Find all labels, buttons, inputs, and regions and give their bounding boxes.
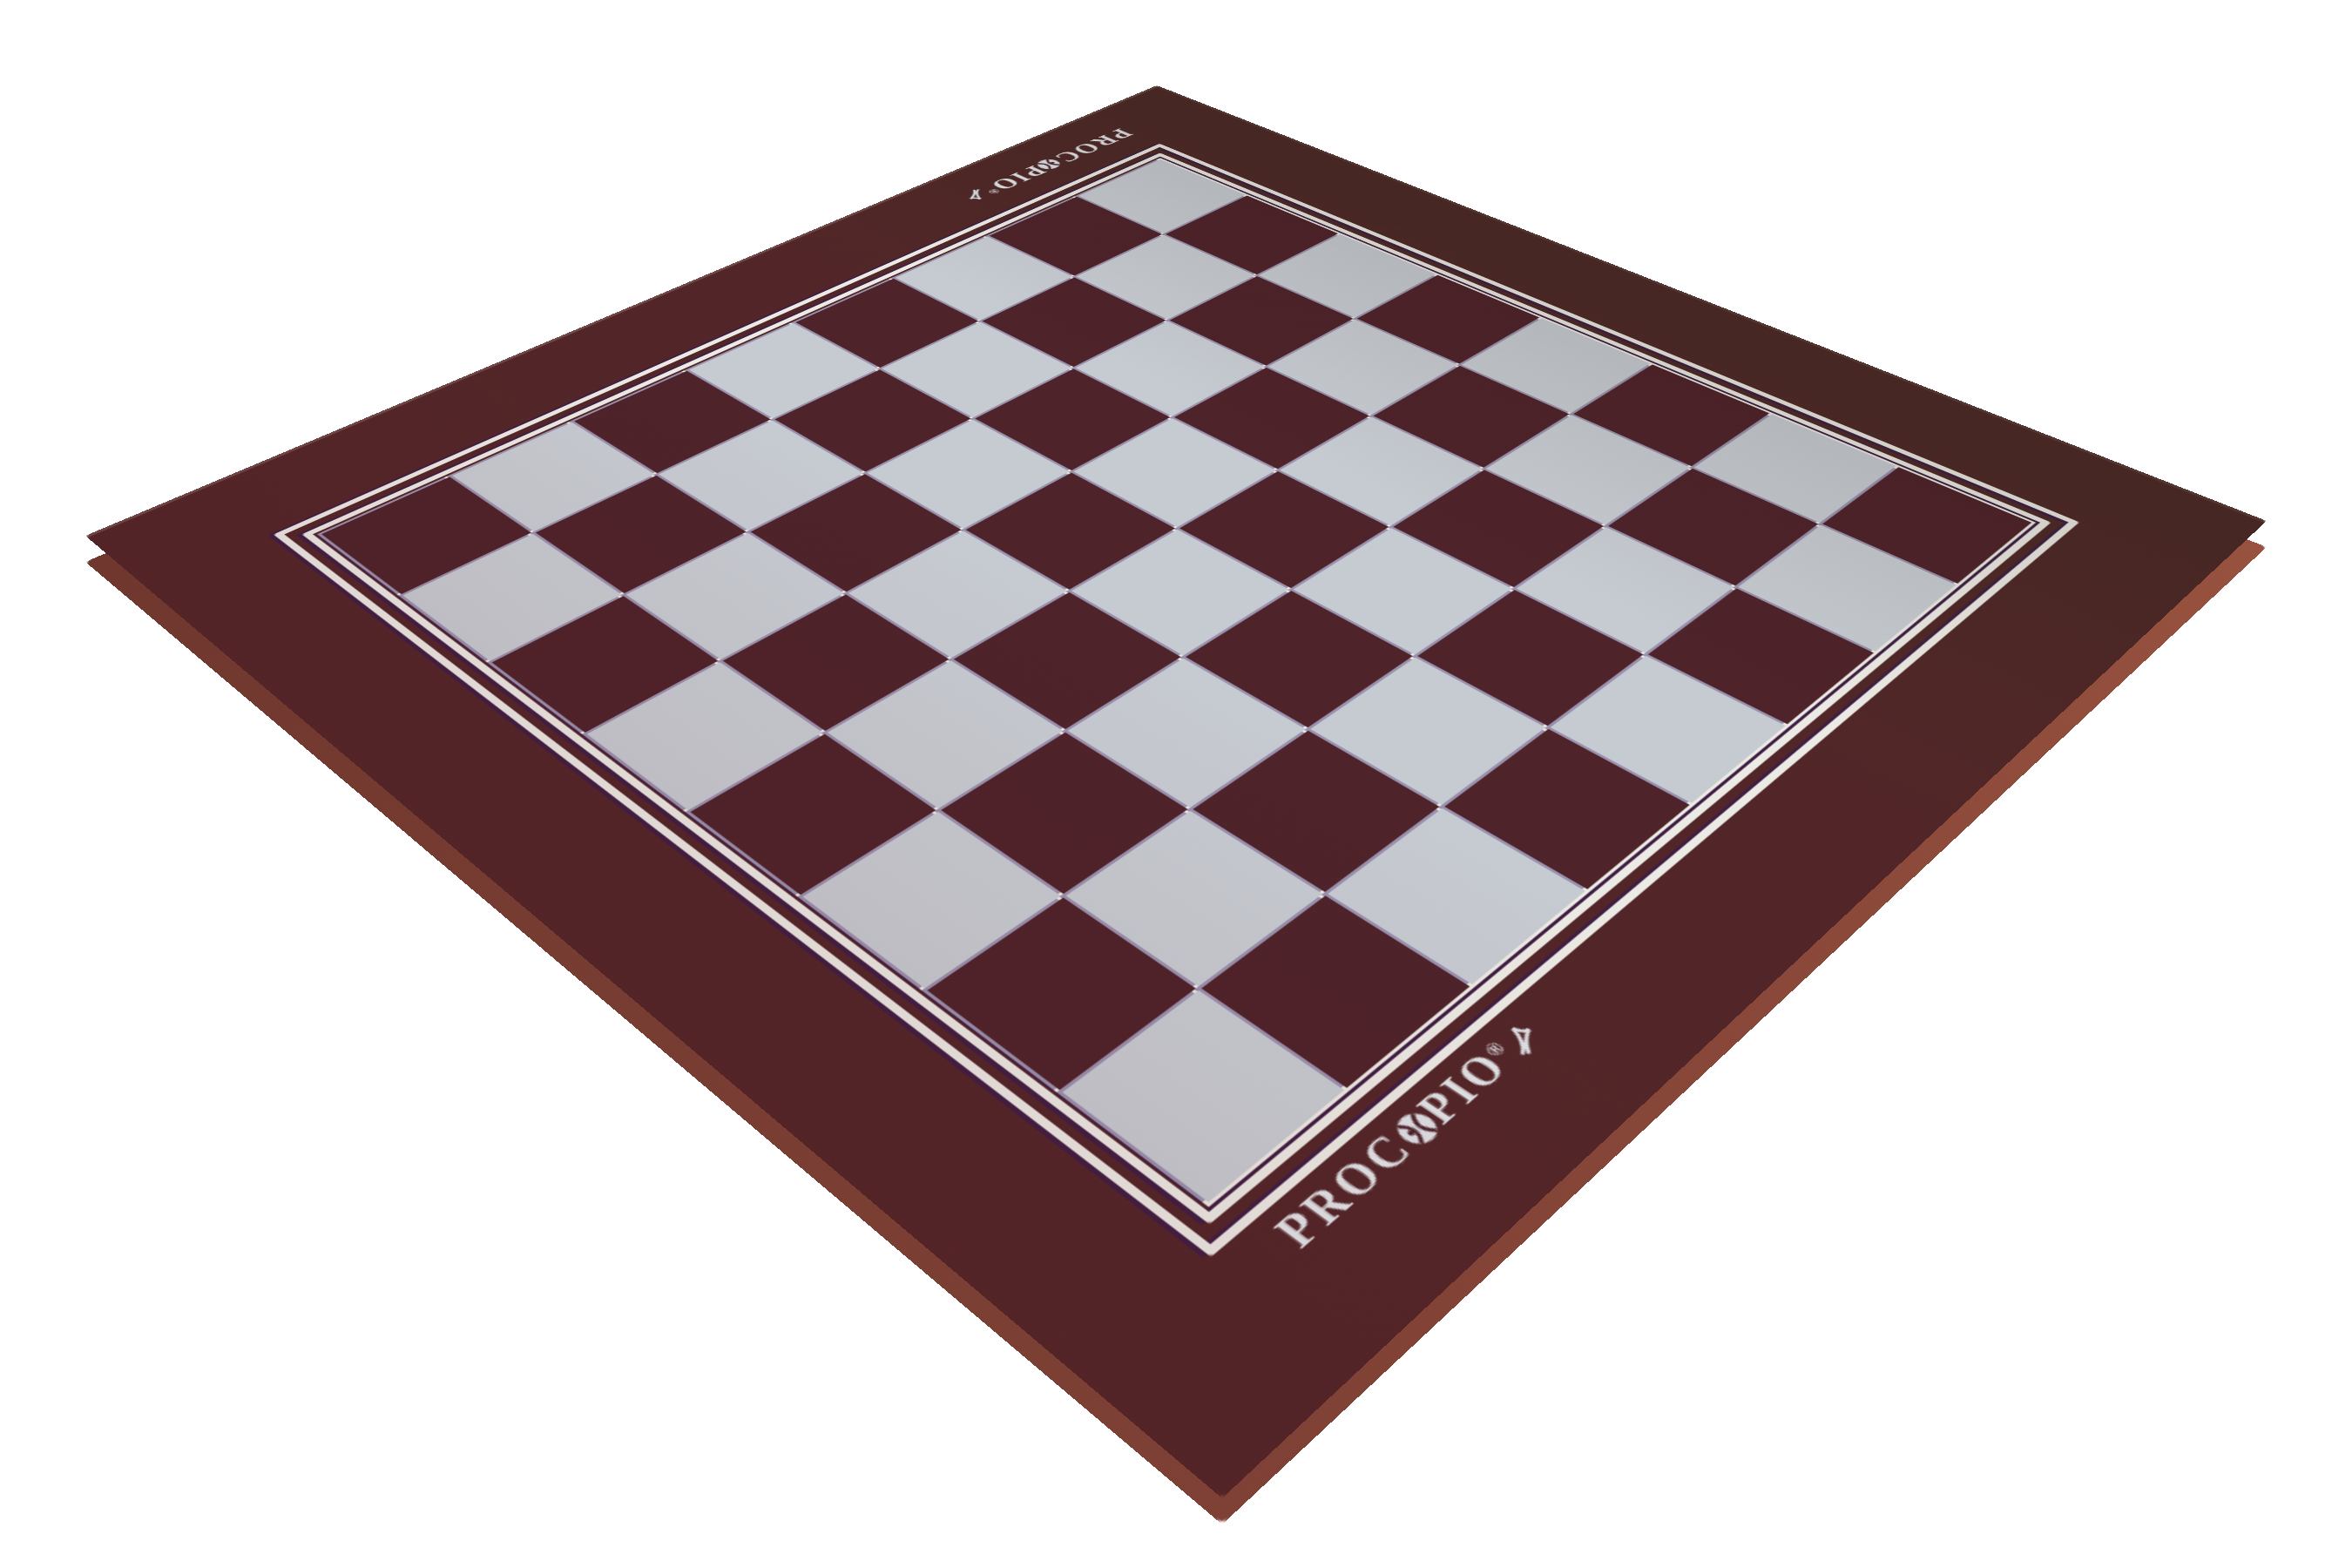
- photo-scene: PROCPIO® PROCPIO®: [0, 0, 2352, 1568]
- squares-grid: [317, 158, 2036, 1206]
- chess-board: PROCPIO® PROCPIO®: [85, 85, 2267, 1498]
